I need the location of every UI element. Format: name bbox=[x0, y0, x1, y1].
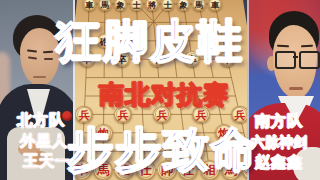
video-thumbnail[interactable]: 車馬象士將士象馬車砲砲卒卒卒卒卒兵兵兵兵兵炮炮車馬相仕帥仕相馬車 狂脚皮鞋 南北… bbox=[0, 0, 320, 180]
piece-character: 士 bbox=[163, 0, 171, 8]
right-player-mouth bbox=[289, 87, 303, 90]
piece-character: 象 bbox=[116, 0, 124, 8]
glasses-icon bbox=[275, 51, 296, 69]
event-banner: 南北对抗赛 bbox=[99, 78, 229, 111]
right-player-label: 南方队 六脉神剑 赵鑫鑫 bbox=[243, 111, 315, 173]
piece-馬: 馬 bbox=[192, 0, 206, 11]
left-player-label: 北方队 外星人 王天一 bbox=[17, 110, 71, 172]
piece-將: 將 bbox=[145, 0, 159, 11]
glasses-bridge bbox=[293, 56, 298, 58]
glasses-icon bbox=[299, 51, 320, 69]
piece-象: 象 bbox=[114, 0, 128, 11]
left-player-mouth bbox=[33, 76, 46, 78]
right-player-team: 南方队 bbox=[243, 111, 315, 132]
right-player-nickname: 六脉神剑 bbox=[243, 132, 315, 153]
piece-車: 車 bbox=[208, 0, 222, 11]
piece-車: 車 bbox=[83, 0, 97, 11]
piece-character: 馬 bbox=[101, 0, 109, 8]
piece-character: 車 bbox=[85, 0, 93, 8]
left-player-name: 王天一 bbox=[23, 151, 71, 172]
left-player-nickname: 外星人 bbox=[20, 131, 71, 152]
piece-character: 象 bbox=[179, 0, 187, 8]
left-player-team: 北方队 bbox=[17, 110, 71, 131]
piece-character: 車 bbox=[211, 0, 219, 8]
piece-character: 士 bbox=[132, 0, 140, 8]
piece-士: 士 bbox=[130, 0, 144, 11]
piece-士: 士 bbox=[161, 0, 175, 11]
piece-象: 象 bbox=[177, 0, 191, 11]
piece-character: 將 bbox=[148, 0, 156, 8]
right-player-name: 赵鑫鑫 bbox=[243, 152, 315, 173]
title-bottom: 步步致命 bbox=[67, 119, 259, 180]
left-player-eye bbox=[44, 58, 53, 60]
piece-character: 馬 bbox=[195, 0, 203, 8]
title-top: 狂脚皮鞋 bbox=[56, 11, 244, 71]
piece-馬: 馬 bbox=[98, 0, 112, 11]
